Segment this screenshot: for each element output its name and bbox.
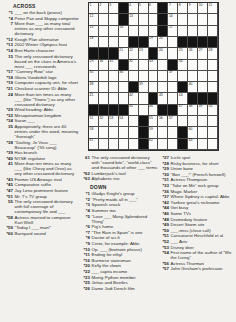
clue-text: "Love ___ Many-Splendored Thing"	[92, 214, 158, 224]
crossword-grid: 1234567891011121314151617181920212223242…	[88, 2, 219, 151]
clue-item: *34Saran ___	[3, 118, 79, 123]
clue-text: Crete, for example: Abbr.	[92, 241, 141, 246]
clue-text: The only crossword dictionary based on t…	[15, 54, 79, 69]
clue-item: *60Barnyard sound	[3, 231, 79, 236]
cell-number: 48	[189, 104, 193, 108]
clue-text: Caricaturist Hirschfeld et al.	[171, 233, 225, 238]
clue-item: *1Gladys Knight's group	[80, 191, 158, 196]
cell-number: 63	[189, 138, 193, 142]
grid-cell[interactable]: 15	[89, 26, 99, 37]
grid-cell[interactable]	[168, 48, 178, 59]
grid-cell[interactable]	[129, 26, 139, 37]
grid-cell[interactable]: 9	[188, 3, 198, 14]
cell-number: 62	[149, 138, 153, 142]
clue-item: *51Mr. T's TV group	[3, 194, 79, 199]
grid-cell[interactable]: 29	[89, 60, 99, 71]
clue-number: *54	[159, 250, 171, 255]
grid-cell[interactable]	[109, 71, 119, 82]
grid-cell[interactable]: 12	[89, 14, 99, 25]
black-cell	[119, 60, 129, 71]
clue-number: *62	[80, 171, 92, 176]
cell-number: 11	[209, 3, 213, 7]
clue-item: *21Checkout scanner ID: Abbr.	[3, 86, 79, 91]
grid-cell[interactable]	[109, 82, 119, 93]
grid-cell[interactable]: 49	[198, 105, 208, 116]
clue-item: *19Computer capacity unit, for short	[3, 80, 79, 85]
grid-cell[interactable]: 31	[109, 60, 119, 71]
grid-cell[interactable]: 33	[149, 60, 159, 71]
grid-cell[interactable]: 18	[89, 37, 99, 48]
grid-cell[interactable]	[129, 71, 139, 82]
grid-cell[interactable]	[158, 60, 168, 71]
cell-number: 61	[90, 138, 94, 142]
grid-cell[interactable]	[208, 116, 218, 127]
grid-cell[interactable]: 11	[208, 3, 218, 14]
clue-item: *31Actress Thompson	[159, 177, 236, 182]
cell-number: 31	[109, 59, 113, 63]
grid-cell[interactable]	[208, 26, 218, 37]
grid-cell[interactable]	[139, 93, 149, 104]
grid-cell[interactable]	[168, 127, 178, 138]
cell-number: 14	[169, 14, 173, 18]
grid-cell[interactable]: 61	[89, 139, 99, 150]
grid-cell[interactable]: 28	[208, 48, 218, 59]
clue-text: Bret Harte character	[15, 48, 55, 53]
clue-item: *54First name of the author of "We the L…	[159, 250, 236, 260]
grid-cell[interactable]	[208, 139, 218, 150]
clue-item: *38"Darling, Je Vous ___ Beaucoup" ('55 …	[3, 140, 79, 150]
grid-cell[interactable]	[109, 26, 119, 37]
grid-cell[interactable]: 63	[188, 139, 198, 150]
grid-cell[interactable]: 40	[188, 82, 198, 93]
black-cell	[198, 37, 208, 48]
clue-number: 7	[3, 21, 15, 26]
grid-cell[interactable]	[168, 139, 178, 150]
clue-text: Actress married to composer Kurt Weill	[15, 215, 79, 225]
grid-cell[interactable]: 37	[168, 71, 178, 82]
clue-text: Icicle spot	[171, 155, 191, 160]
black-cell	[178, 82, 188, 93]
black-cell	[178, 139, 188, 150]
clue-text: Op. ___ (footnote phrase)	[92, 247, 142, 252]
grid-cell[interactable]: 41	[89, 93, 99, 104]
grid-cell[interactable]	[99, 26, 109, 37]
grid-cell[interactable]	[109, 37, 119, 48]
clue-number: *36	[159, 189, 171, 194]
cell-number: 32	[129, 59, 133, 63]
grid-cell[interactable]	[109, 14, 119, 25]
clue-number: *13	[3, 42, 15, 47]
clue-number: *22	[80, 269, 92, 274]
grid-cell[interactable]: 57	[168, 116, 178, 127]
clue-text: Magic Marker	[171, 189, 198, 194]
grid-cell[interactable]	[208, 60, 218, 71]
grid-cell[interactable]: 48	[188, 105, 198, 116]
clue-item: *32Mesopotamian kingdom	[3, 113, 79, 118]
down-clues-list: *1Gladys Knight's group*2"Pretty maids a…	[80, 191, 158, 291]
grid-cell[interactable]	[99, 71, 109, 82]
cell-number: 24	[159, 48, 163, 52]
grid-cell[interactable]	[149, 71, 159, 82]
grid-cell[interactable]: 56	[158, 116, 168, 127]
grid-cell[interactable]: 42	[129, 93, 139, 104]
clue-text: "Take on Me" rock group	[171, 183, 219, 188]
clue-number: *47	[3, 188, 15, 193]
grid-cell[interactable]: 25	[178, 48, 188, 59]
grid-cell[interactable]	[188, 71, 198, 82]
black-cell	[119, 105, 129, 116]
grid-cell[interactable]: 39	[139, 82, 149, 93]
cell-number: 16	[119, 25, 123, 29]
clue-item: *50___-miss (close call)	[159, 228, 236, 233]
grid-cell[interactable]	[129, 139, 139, 150]
clue-number: *40	[3, 156, 15, 161]
grid-cell[interactable]: 5	[139, 3, 149, 14]
grid-cell[interactable]	[198, 26, 208, 37]
grid-cell[interactable]	[208, 14, 218, 25]
cell-number: 19	[149, 36, 153, 40]
clue-text: ___ Aviv	[171, 239, 188, 244]
cell-number: 18	[90, 36, 94, 40]
cell-number: 25	[179, 48, 183, 52]
grid-cell[interactable]: 2	[99, 3, 109, 14]
clue-number: *46	[159, 211, 171, 216]
grid-cell[interactable]: 4	[129, 3, 139, 14]
cell-number: 58	[90, 127, 94, 131]
clue-item: *42Yankee great's nickname	[159, 200, 236, 205]
grid-cell[interactable]	[158, 82, 168, 93]
clue-item: *40NYSE regulator	[3, 156, 79, 161]
grid-cell[interactable]	[129, 116, 139, 127]
grid-cell[interactable]	[188, 14, 198, 25]
cell-number: 12	[90, 14, 94, 18]
grid-cell[interactable]	[188, 26, 198, 37]
clue-number: *37	[159, 194, 171, 199]
clue-item: *28Risky business, for short	[159, 161, 236, 166]
clue-item: *56Actress Thurman	[159, 261, 236, 266]
clue-item: *53Disney deer	[159, 245, 236, 250]
clue-text: Comparative suffix	[15, 182, 51, 187]
down-header: DOWN	[90, 184, 158, 190]
clue-number: *18	[3, 75, 15, 80]
grid-cell[interactable]	[178, 71, 188, 82]
grid-cell[interactable]	[198, 116, 208, 127]
grid-cell[interactable]	[99, 139, 109, 150]
clue-number: 15	[3, 54, 15, 59]
grid-cell[interactable]: 43	[158, 93, 168, 104]
clue-text: Doctor of sci-fi	[92, 235, 120, 240]
clue-number: *14	[3, 48, 15, 53]
clue-text: Mr. T's TV group	[15, 194, 47, 199]
grid-cell[interactable]: 46	[149, 105, 159, 116]
grid-cell[interactable]: 53	[109, 116, 119, 127]
clue-number: *21	[3, 86, 15, 91]
clue-item: *63Alphabetic trio	[80, 176, 158, 181]
grid-cell[interactable]	[109, 127, 119, 138]
clue-item: *62Lumberjack's tool	[80, 171, 158, 176]
clue-item: *59"Today I ___ man!"	[3, 225, 79, 230]
clue-item: *17"Cannery Row" star	[3, 69, 79, 74]
across-clues-list: *1___ on the back (praise)*4Peter Pan an…	[3, 10, 79, 236]
grid-cell[interactable]	[188, 60, 198, 71]
black-cell	[208, 37, 218, 48]
clue-text: Actress Thurman	[171, 261, 204, 266]
clue-item: 7More than ___ as many total entries as …	[3, 21, 79, 36]
cell-number: 29	[90, 59, 94, 63]
grid-cell[interactable]	[198, 139, 208, 150]
clue-item: *16Burmese statesman	[80, 258, 158, 263]
clue-item: *25Jettas and Beetles	[80, 280, 158, 285]
grid-cell[interactable]	[119, 37, 129, 48]
cell-number: 51	[90, 116, 94, 120]
clue-item: *29Union bane	[159, 166, 236, 171]
clue-number: *49	[159, 222, 171, 227]
clue-item: 55The only crossword dictionary with ful…	[3, 199, 79, 214]
grid-cell[interactable]	[178, 116, 188, 127]
across-clues-continued-list: 61The only crossword dictionary with "so…	[80, 155, 158, 181]
grid-cell[interactable]	[149, 82, 159, 93]
clue-number: *45	[3, 182, 15, 187]
cell-number: 28	[209, 48, 213, 52]
clue-number: *29	[159, 166, 171, 171]
cell-number: 38	[90, 82, 94, 86]
grid-cell[interactable]: 38	[89, 82, 99, 93]
grid-cell[interactable]	[168, 82, 178, 93]
clue-item: *20Kelly the clown	[80, 263, 158, 268]
grid-cell[interactable]	[149, 26, 159, 37]
cell-number: 26	[189, 48, 193, 52]
cell-number: 44	[179, 93, 183, 97]
clue-item: 15The only crossword dictionary based on…	[3, 54, 79, 69]
black-cell	[139, 127, 149, 138]
grid-cell[interactable]	[178, 26, 188, 37]
grid-cell[interactable]	[139, 105, 149, 116]
clue-text: Barnyard sound	[15, 231, 46, 236]
black-cell	[188, 93, 198, 104]
grid-cell[interactable]: 13	[129, 14, 139, 25]
grid-cell[interactable]	[178, 14, 188, 25]
grid-cell[interactable]: 7	[168, 3, 178, 14]
clue-text: Lumberjack's tool	[92, 171, 126, 176]
cell-number: 43	[159, 93, 163, 97]
grid-cell[interactable]	[109, 93, 119, 104]
grid-cell[interactable]	[119, 127, 129, 138]
grid-cell[interactable]	[198, 127, 208, 138]
grid-cell[interactable]	[99, 82, 109, 93]
clue-item: *47Jay Leno prominent feature	[3, 188, 79, 193]
grid-cell[interactable]	[198, 82, 208, 93]
grid-cell[interactable]: 59	[149, 127, 159, 138]
clue-number: *5	[80, 214, 92, 219]
grid-cell[interactable]	[158, 71, 168, 82]
black-cell	[158, 14, 168, 25]
black-cell	[168, 105, 178, 116]
clue-number: *39	[3, 150, 15, 155]
grid-cell[interactable]: 3	[109, 3, 119, 14]
grid-cell[interactable]: 22	[129, 48, 139, 59]
cell-number: 27	[199, 48, 203, 52]
clue-item: 41More than ten times as many ___ (like …	[3, 161, 79, 176]
grid-cell[interactable]	[208, 82, 218, 93]
clue-item: *22___ capita income	[80, 269, 158, 274]
grid-cell[interactable]: 62	[149, 139, 159, 150]
clue-text: Get busy	[171, 205, 189, 210]
grid-cell[interactable]: 58	[89, 127, 99, 138]
clue-number: *31	[159, 177, 171, 182]
cell-number: 55	[149, 116, 153, 120]
cell-number: 9	[189, 3, 191, 7]
grid-cell[interactable]: 51	[89, 116, 99, 127]
grid-cell[interactable]: 44	[178, 93, 188, 104]
clue-number: *44	[159, 205, 171, 210]
clue-text: Risky business, for short	[171, 161, 219, 166]
grid-cell[interactable]	[198, 60, 208, 71]
grid-cell[interactable]	[99, 93, 109, 104]
grid-cell[interactable]	[168, 37, 178, 48]
grid-cell[interactable]: 23	[139, 48, 149, 59]
grid-cell[interactable]: 20	[158, 37, 168, 48]
cell-number: 56	[159, 116, 163, 120]
grid-cell[interactable]: 50	[208, 105, 218, 116]
clue-number: *53	[159, 245, 171, 250]
grid-cell[interactable]: 10	[198, 3, 208, 14]
cell-number: 20	[159, 36, 163, 40]
grid-cell[interactable]	[119, 82, 129, 93]
grid-cell[interactable]: 27	[198, 48, 208, 59]
clue-item: 24More than ten times as many ___ (like …	[3, 92, 79, 107]
clue-text: Gloria Vanderbilt logo	[15, 75, 57, 80]
grid-cell[interactable]	[188, 116, 198, 127]
clue-text: Former US Airways rival	[15, 177, 62, 182]
grid-cell[interactable]: 14	[168, 14, 178, 25]
grid-cell[interactable]	[158, 127, 168, 138]
black-cell	[89, 105, 99, 116]
clue-text: Desert Storm site	[171, 222, 205, 227]
cell-number: 30	[99, 59, 103, 63]
grid-cell[interactable]	[119, 93, 129, 104]
grid-cell[interactable]	[99, 127, 109, 138]
clue-item: *1___ on the back (praise)	[3, 10, 79, 15]
clue-number: *48	[159, 217, 171, 222]
clue-item: *49Desert Storm site	[159, 222, 236, 227]
cell-number: 34	[179, 59, 183, 63]
cell-number: 22	[129, 48, 133, 52]
grid-cell[interactable]: 24	[158, 48, 168, 59]
clue-number: 61	[80, 155, 92, 160]
grid-cell[interactable]: 19	[149, 37, 159, 48]
grid-cell[interactable]: 32	[129, 60, 139, 71]
grid-cell[interactable]	[139, 26, 149, 37]
clue-text: "Cannery Row" star	[15, 69, 53, 74]
cell-number: 50	[209, 104, 213, 108]
grid-cell[interactable]: 17	[168, 26, 178, 37]
grid-cell[interactable]	[198, 71, 208, 82]
grid-cell[interactable]	[139, 14, 149, 25]
grid-cell[interactable]: 45	[129, 105, 139, 116]
clue-text: Union bane	[171, 166, 193, 171]
grid-cell[interactable]: 52	[99, 116, 109, 127]
grid-cell[interactable]: 47	[178, 105, 188, 116]
black-cell	[99, 48, 109, 59]
grid-cell[interactable]	[129, 127, 139, 138]
clue-number: *50	[159, 228, 171, 233]
clue-number: *10	[80, 247, 92, 252]
grid-cell[interactable]: 8	[178, 3, 188, 14]
clue-number: *28	[159, 161, 171, 166]
grid-cell[interactable]	[99, 37, 109, 48]
grid-cell[interactable]	[149, 14, 159, 25]
clue-text: Jay Leno prominent feature	[15, 188, 68, 193]
clue-item: *8Doctor of sci-fi	[80, 235, 158, 240]
clue-item: *18Gloria Vanderbilt logo	[3, 75, 79, 80]
clue-item: *27Icicle spot	[159, 155, 236, 160]
clue-number: *58	[3, 215, 15, 220]
clue-number: *20	[80, 263, 92, 268]
grid-cell[interactable]: 30	[99, 60, 109, 71]
clue-text: Has brunch	[15, 150, 37, 155]
clue-text: Gladys Knight's group	[92, 191, 135, 196]
clue-number: 24	[3, 92, 15, 97]
grid-cell[interactable]: 21	[119, 48, 129, 59]
grid-cell[interactable]	[208, 127, 218, 138]
grid-cell[interactable]: 55	[149, 116, 159, 127]
cell-number: 15	[90, 25, 94, 29]
clue-text: Dromedary feature	[171, 217, 208, 222]
grid-cell[interactable]	[168, 93, 178, 104]
grid-cell[interactable]	[208, 71, 218, 82]
grid-cell[interactable]: 1	[89, 3, 99, 14]
clue-item: *29Wind heading: Abbr.	[3, 107, 79, 112]
grid-cell[interactable]: 6	[149, 3, 159, 14]
black-cell	[188, 37, 198, 48]
grid-cell[interactable]: 16	[119, 26, 129, 37]
clue-text: Kelly the clown	[92, 263, 121, 268]
clue-number: *42	[159, 200, 171, 205]
clue-text: Alphabetic trio	[92, 176, 120, 181]
clue-item: *11Ending for ethyl	[80, 252, 158, 257]
clue-item: *45Comparative suffix	[3, 182, 79, 187]
grid-cell[interactable]	[198, 14, 208, 25]
grid-cell[interactable]	[99, 14, 109, 25]
cell-number: 47	[179, 104, 183, 108]
grid-cell[interactable]	[139, 71, 149, 82]
cell-number: 52	[99, 116, 103, 120]
clue-text: Actress Thompson	[171, 177, 208, 182]
clue-text: Jettas and Beetles	[92, 280, 128, 285]
clue-number: *8	[80, 235, 92, 240]
grid-cell[interactable]	[139, 60, 149, 71]
clue-number: *4	[80, 208, 92, 213]
grid-cell[interactable]	[109, 139, 119, 150]
cell-number: 8	[179, 3, 181, 7]
grid-cell[interactable]	[119, 139, 129, 150]
grid-cell[interactable]: 54	[119, 116, 129, 127]
cell-number: 35	[90, 70, 94, 74]
clue-item: *52___ Aviv	[159, 239, 236, 244]
grid-cell[interactable]: 34	[178, 60, 188, 71]
clue-number: *2	[80, 197, 92, 202]
grid-cell[interactable]: 36	[119, 71, 129, 82]
clue-item: 61The only crossword dictionary with "so…	[80, 155, 158, 170]
grid-cell[interactable]: 26	[188, 48, 198, 59]
grid-cell[interactable]	[158, 139, 168, 150]
clue-text: Peter Pan and Skippy competitor	[15, 16, 79, 21]
grid-cell[interactable]: 60	[188, 127, 198, 138]
grid-cell[interactable]: 35	[89, 71, 99, 82]
middle-clues-column: 61The only crossword dictionary with "so…	[80, 155, 158, 320]
clue-item: *39Has brunch	[3, 150, 79, 155]
clue-number: *4	[3, 16, 15, 21]
